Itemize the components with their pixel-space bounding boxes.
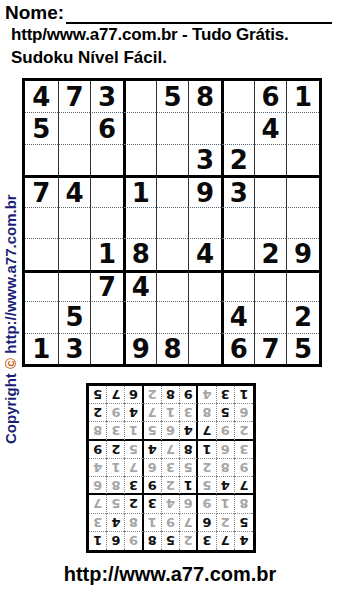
puzzle-cell-r8c2: 5 bbox=[58, 301, 91, 332]
solution-cell-r2c3: 6 bbox=[198, 514, 216, 532]
puzzle-cell-r3c5[interactable] bbox=[156, 144, 189, 175]
puzzle-cell-r8c3[interactable] bbox=[90, 301, 123, 332]
solution-cell-r9c7: 6 bbox=[125, 386, 143, 404]
solution-cell-r6c3: 1 bbox=[198, 441, 216, 459]
puzzle-cell-r3c1[interactable] bbox=[25, 144, 58, 175]
solution-cell-r6c9: 9 bbox=[89, 441, 107, 459]
solution-cell-r1c5: 5 bbox=[162, 532, 180, 550]
solution-cell-r8c7: 4 bbox=[125, 404, 143, 422]
copyright-vertical-text: Copyright © http://www.a77.com.br bbox=[2, 84, 20, 444]
puzzle-cell-r7c2[interactable] bbox=[58, 270, 91, 301]
solution-cell-r6c5: 7 bbox=[162, 441, 180, 459]
solution-cell-r3c7: 2 bbox=[125, 495, 143, 513]
solution-cell-r1c9: 1 bbox=[89, 532, 107, 550]
puzzle-cell-r5c6[interactable] bbox=[188, 207, 221, 238]
solution-cell-r1c1: 4 bbox=[235, 532, 253, 550]
solution-cell-r6c1: 3 bbox=[235, 441, 253, 459]
puzzle-cell-r4c4: 1 bbox=[123, 175, 156, 206]
solution-cell-r2c4: 7 bbox=[180, 514, 198, 532]
solution-cell-r8c5: 1 bbox=[162, 404, 180, 422]
solution-cell-r6c6: 4 bbox=[144, 441, 162, 459]
puzzle-cell-r5c7[interactable] bbox=[221, 207, 254, 238]
copyright-url: http://www.a77.com.br bbox=[2, 194, 19, 358]
puzzle-cell-r9c4: 9 bbox=[123, 333, 156, 364]
puzzle-grid: 4735861564327419318429745421398675 bbox=[22, 78, 322, 367]
puzzle-cell-r6c9: 9 bbox=[286, 238, 319, 269]
solution-cell-r8c1: 6 bbox=[235, 404, 253, 422]
solution-cell-r3c2: 1 bbox=[217, 495, 235, 513]
puzzle-cell-r7c3: 7 bbox=[90, 270, 123, 301]
puzzle-cell-r6c7[interactable] bbox=[221, 238, 254, 269]
solution-cell-r8c6: 7 bbox=[144, 404, 162, 422]
solution-grid: 4732589615267918438196432577451293869825… bbox=[86, 383, 256, 553]
puzzle-cell-r3c4[interactable] bbox=[123, 144, 156, 175]
puzzle-cell-r6c6: 4 bbox=[188, 238, 221, 269]
puzzle-cell-r5c1[interactable] bbox=[25, 207, 58, 238]
puzzle-cell-r6c5[interactable] bbox=[156, 238, 189, 269]
puzzle-cell-r9c7: 6 bbox=[221, 333, 254, 364]
solution-cell-r9c4: 9 bbox=[180, 386, 198, 404]
puzzle-cell-r6c8: 2 bbox=[254, 238, 287, 269]
puzzle-cell-r9c5: 8 bbox=[156, 333, 189, 364]
puzzle-cell-r4c3[interactable] bbox=[90, 175, 123, 206]
solution-cell-r4c6: 9 bbox=[144, 477, 162, 495]
puzzle-cell-r2c8: 4 bbox=[254, 112, 287, 143]
solution-cell-r7c4: 4 bbox=[180, 422, 198, 440]
solution-cell-r8c4: 3 bbox=[180, 404, 198, 422]
solution-cell-r3c1: 8 bbox=[235, 495, 253, 513]
solution-cell-r6c7: 5 bbox=[125, 441, 143, 459]
puzzle-cell-r5c9[interactable] bbox=[286, 207, 319, 238]
solution-cell-r3c9: 7 bbox=[89, 495, 107, 513]
puzzle-cell-r4c1: 7 bbox=[25, 175, 58, 206]
solution-cell-r1c2: 7 bbox=[217, 532, 235, 550]
solution-cell-r4c8: 8 bbox=[107, 477, 125, 495]
puzzle-cell-r9c1: 1 bbox=[25, 333, 58, 364]
solution-cell-r3c6: 3 bbox=[144, 495, 162, 513]
puzzle-cell-r8c8[interactable] bbox=[254, 301, 287, 332]
name-blank-line[interactable] bbox=[66, 4, 332, 24]
puzzle-cell-r2c3: 6 bbox=[90, 112, 123, 143]
puzzle-cell-r2c5[interactable] bbox=[156, 112, 189, 143]
puzzle-cell-r8c4[interactable] bbox=[123, 301, 156, 332]
puzzle-cell-r5c8[interactable] bbox=[254, 207, 287, 238]
solution-cell-r2c6: 1 bbox=[144, 514, 162, 532]
puzzle-cell-r1c9: 1 bbox=[286, 81, 319, 112]
puzzle-cell-r1c1: 4 bbox=[25, 81, 58, 112]
copyright-symbol: © bbox=[2, 358, 19, 369]
solution-cell-r6c4: 8 bbox=[180, 441, 198, 459]
name-row: Nome: bbox=[5, 2, 332, 24]
solution-cell-r5c4: 5 bbox=[180, 459, 198, 477]
solution-cell-r9c2: 3 bbox=[217, 386, 235, 404]
solution-cell-r5c2: 8 bbox=[217, 459, 235, 477]
copyright-prefix: Copyright bbox=[2, 369, 19, 444]
solution-cell-r6c2: 6 bbox=[217, 441, 235, 459]
puzzle-cell-r1c3: 3 bbox=[90, 81, 123, 112]
puzzle-cell-r7c6[interactable] bbox=[188, 270, 221, 301]
solution-cell-r2c5: 9 bbox=[162, 514, 180, 532]
puzzle-cell-r6c3: 1 bbox=[90, 238, 123, 269]
solution-cell-r3c4: 6 bbox=[180, 495, 198, 513]
puzzle-cell-r9c9: 5 bbox=[286, 333, 319, 364]
puzzle-cell-r4c2: 4 bbox=[58, 175, 91, 206]
solution-cell-r7c5: 6 bbox=[162, 422, 180, 440]
solution-cell-r2c2: 2 bbox=[217, 514, 235, 532]
puzzle-cell-r8c5[interactable] bbox=[156, 301, 189, 332]
puzzle-cell-r3c9[interactable] bbox=[286, 144, 319, 175]
solution-cell-r4c3: 5 bbox=[198, 477, 216, 495]
solution-cell-r3c3: 9 bbox=[198, 495, 216, 513]
puzzle-cell-r2c2[interactable] bbox=[58, 112, 91, 143]
solution-cell-r8c2: 5 bbox=[217, 404, 235, 422]
solution-cell-r9c5: 8 bbox=[162, 386, 180, 404]
solution-cell-r7c7: 1 bbox=[125, 422, 143, 440]
puzzle-cell-r1c6: 8 bbox=[188, 81, 221, 112]
solution-cell-r7c1: 2 bbox=[235, 422, 253, 440]
solution-cell-r8c8: 9 bbox=[107, 404, 125, 422]
puzzle-cell-r1c7[interactable] bbox=[221, 81, 254, 112]
puzzle-cell-r6c1[interactable] bbox=[25, 238, 58, 269]
solution-cell-r2c7: 8 bbox=[125, 514, 143, 532]
puzzle-cell-r5c2[interactable] bbox=[58, 207, 91, 238]
solution-cell-r8c9: 2 bbox=[89, 404, 107, 422]
solution-cell-r9c9: 5 bbox=[89, 386, 107, 404]
solution-cell-r9c3: 4 bbox=[198, 386, 216, 404]
solution-cell-r1c8: 6 bbox=[107, 532, 125, 550]
puzzle-cell-r8c7: 4 bbox=[221, 301, 254, 332]
solution-cell-r5c8: 1 bbox=[107, 459, 125, 477]
puzzle-cell-r2c9[interactable] bbox=[286, 112, 319, 143]
solution-cell-r4c9: 6 bbox=[89, 477, 107, 495]
puzzle-cell-r7c1[interactable] bbox=[25, 270, 58, 301]
site-title: http/www.a77.com.br - Tudo Grátis. bbox=[11, 25, 340, 45]
puzzle-cell-r3c6: 3 bbox=[188, 144, 221, 175]
solution-cell-r8c3: 8 bbox=[198, 404, 216, 422]
puzzle-cell-r2c6[interactable] bbox=[188, 112, 221, 143]
solution-cell-r5c7: 7 bbox=[125, 459, 143, 477]
puzzle-cell-r4c8[interactable] bbox=[254, 175, 287, 206]
solution-cell-r1c4: 2 bbox=[180, 532, 198, 550]
solution-cell-r7c2: 9 bbox=[217, 422, 235, 440]
name-label: Nome: bbox=[5, 2, 64, 24]
solution-cell-r3c5: 4 bbox=[162, 495, 180, 513]
solution-cell-r7c3: 7 bbox=[198, 422, 216, 440]
solution-cell-r4c7: 3 bbox=[125, 477, 143, 495]
puzzle-cell-r9c8: 7 bbox=[254, 333, 287, 364]
puzzle-cell-r1c8: 6 bbox=[254, 81, 287, 112]
solution-cell-r5c1: 9 bbox=[235, 459, 253, 477]
solution-cell-r5c9: 4 bbox=[89, 459, 107, 477]
puzzle-cell-r9c2: 3 bbox=[58, 333, 91, 364]
puzzle-cell-r5c5[interactable] bbox=[156, 207, 189, 238]
puzzle-cell-r4c9[interactable] bbox=[286, 175, 319, 206]
puzzle-cell-r7c9[interactable] bbox=[286, 270, 319, 301]
puzzle-cell-r2c4[interactable] bbox=[123, 112, 156, 143]
solution-cell-r7c8: 3 bbox=[107, 422, 125, 440]
puzzle-cell-r4c6: 9 bbox=[188, 175, 221, 206]
puzzle-cell-r8c1[interactable] bbox=[25, 301, 58, 332]
solution-cell-r7c6: 5 bbox=[144, 422, 162, 440]
puzzle-cell-r7c7[interactable] bbox=[221, 270, 254, 301]
solution-cell-r4c4: 1 bbox=[180, 477, 198, 495]
puzzle-cell-r7c8[interactable] bbox=[254, 270, 287, 301]
solution-cell-r9c6: 2 bbox=[144, 386, 162, 404]
solution-cell-r5c5: 3 bbox=[162, 459, 180, 477]
puzzle-cell-r8c9: 2 bbox=[286, 301, 319, 332]
solution-cell-r1c6: 8 bbox=[144, 532, 162, 550]
puzzle-cell-r3c7: 2 bbox=[221, 144, 254, 175]
solution-cell-r3c8: 5 bbox=[107, 495, 125, 513]
puzzle-cell-r8c6[interactable] bbox=[188, 301, 221, 332]
puzzle-cell-r3c2[interactable] bbox=[58, 144, 91, 175]
puzzle-cell-r1c5: 5 bbox=[156, 81, 189, 112]
solution-cell-r2c1: 5 bbox=[235, 514, 253, 532]
puzzle-cell-r5c4[interactable] bbox=[123, 207, 156, 238]
solution-cell-r4c2: 4 bbox=[217, 477, 235, 495]
puzzle-cell-r7c5[interactable] bbox=[156, 270, 189, 301]
puzzle-cell-r2c7[interactable] bbox=[221, 112, 254, 143]
puzzle-cell-r1c2: 7 bbox=[58, 81, 91, 112]
puzzle-cell-r2c1: 5 bbox=[25, 112, 58, 143]
solution-cell-r7c9: 8 bbox=[89, 422, 107, 440]
solution-cell-r1c3: 3 bbox=[198, 532, 216, 550]
solution-cell-r2c8: 4 bbox=[107, 514, 125, 532]
solution-cell-r9c1: 1 bbox=[235, 386, 253, 404]
puzzle-cell-r7c4: 4 bbox=[123, 270, 156, 301]
solution-cell-r6c8: 2 bbox=[107, 441, 125, 459]
solution-cell-r2c9: 3 bbox=[89, 514, 107, 532]
solution-cell-r5c3: 2 bbox=[198, 459, 216, 477]
puzzle-cell-r6c2[interactable] bbox=[58, 238, 91, 269]
footer-url: http://www.a77.com.br bbox=[0, 563, 340, 586]
puzzle-cell-r9c6[interactable] bbox=[188, 333, 221, 364]
solution-cell-r5c6: 6 bbox=[144, 459, 162, 477]
solution-cell-r9c8: 7 bbox=[107, 386, 125, 404]
solution-cell-r4c5: 2 bbox=[162, 477, 180, 495]
puzzle-cell-r4c7: 3 bbox=[221, 175, 254, 206]
puzzle-cell-r5c3[interactable] bbox=[90, 207, 123, 238]
solution-cell-r1c7: 9 bbox=[125, 532, 143, 550]
puzzle-cell-r4c5[interactable] bbox=[156, 175, 189, 206]
difficulty-title: Sudoku Nível Fácil. bbox=[11, 48, 167, 68]
puzzle-cell-r1c4[interactable] bbox=[123, 81, 156, 112]
puzzle-cell-r3c8[interactable] bbox=[254, 144, 287, 175]
solution-cell-r4c1: 7 bbox=[235, 477, 253, 495]
puzzle-cell-r3c3[interactable] bbox=[90, 144, 123, 175]
puzzle-cell-r6c4: 8 bbox=[123, 238, 156, 269]
puzzle-cell-r9c3[interactable] bbox=[90, 333, 123, 364]
